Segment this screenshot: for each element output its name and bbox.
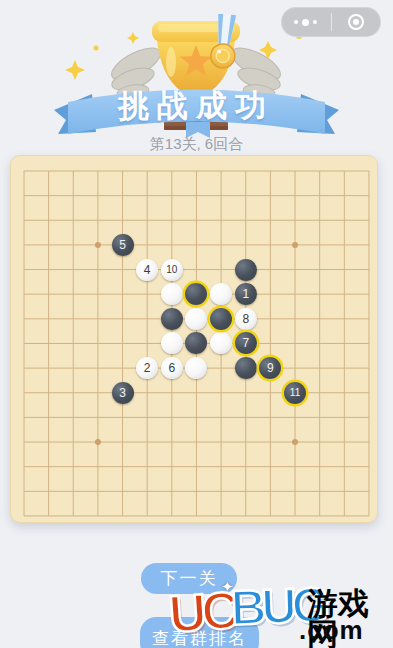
ellipsis-icon (294, 19, 317, 26)
stone-white-8: 8 (235, 308, 257, 330)
stone-black-3: 3 (112, 382, 134, 404)
star-point (292, 242, 298, 248)
target-circle-icon (348, 14, 364, 30)
close-button[interactable] (332, 7, 382, 37)
stone-black (235, 259, 257, 281)
stone-white-10: 10 (161, 259, 183, 281)
gomoku-board[interactable]: 5179311410826 (10, 155, 378, 523)
app-screen: 挑战成功 第13关, 6回合 5179311410826 下一关 查看群排名 ✦… (0, 0, 393, 648)
stone-black-11: 11 (284, 382, 306, 404)
banner-title: 挑战成功 (76, 88, 316, 124)
watermark-domain: .com (299, 617, 364, 643)
group-ranking-button[interactable]: 查看群排名 (140, 617, 259, 648)
stone-white-4: 4 (136, 259, 158, 281)
star-point (95, 242, 101, 248)
stone-black (161, 308, 183, 330)
stone-black-1: 1 (235, 283, 257, 305)
stone-white (161, 283, 183, 305)
miniprogram-capsule (281, 7, 381, 37)
star-point (292, 439, 298, 445)
star-point (95, 439, 101, 445)
more-button[interactable] (281, 7, 331, 37)
stone-black (210, 308, 232, 330)
next-level-button[interactable]: 下一关 (141, 563, 237, 594)
level-round-subtitle: 第13关, 6回合 (0, 135, 393, 154)
stone-black (235, 357, 257, 379)
stone-white-6: 6 (161, 357, 183, 379)
watermark-site-name: 游戏网 (307, 588, 393, 648)
stone-black-5: 5 (112, 234, 134, 256)
